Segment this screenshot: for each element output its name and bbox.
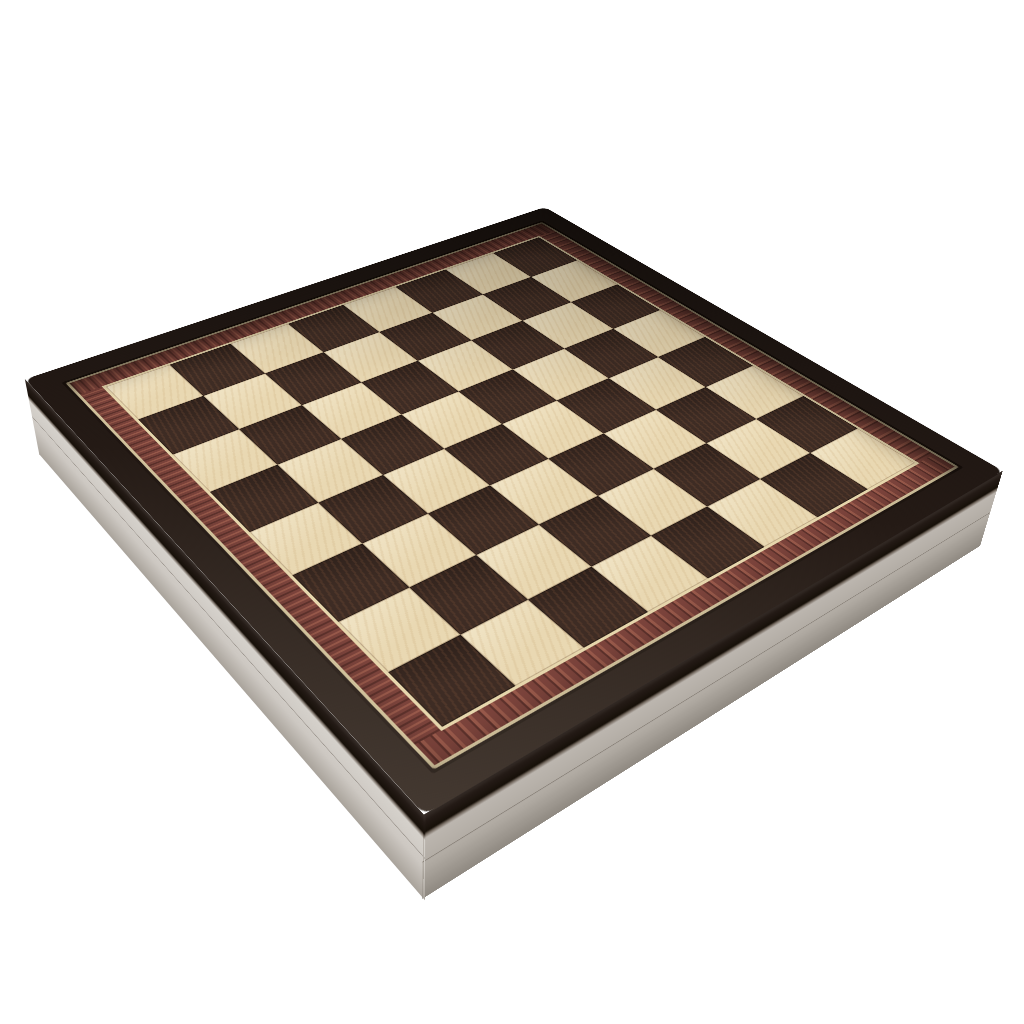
square-c3 <box>428 485 539 555</box>
square-a3 <box>292 544 409 622</box>
square-c2 <box>476 525 591 600</box>
board-top-face <box>25 207 1003 815</box>
square-d4 <box>444 424 548 485</box>
square-a5 <box>210 465 318 532</box>
square-c1 <box>528 567 648 648</box>
square-a1 <box>388 635 515 727</box>
square-b4 <box>318 475 428 544</box>
square-e3 <box>548 434 653 496</box>
chessboard-box-3d <box>25 207 1003 815</box>
square-c5 <box>341 415 444 475</box>
square-a2 <box>338 587 460 672</box>
square-d3 <box>490 459 598 525</box>
square-d1 <box>591 536 708 612</box>
square-f1 <box>707 479 817 547</box>
square-g1 <box>760 453 868 517</box>
product-photo-background <box>0 0 1024 1024</box>
square-f2 <box>654 443 760 506</box>
square-a4 <box>250 503 363 576</box>
square-c4 <box>383 449 490 514</box>
square-a6 <box>173 429 278 492</box>
square-b3 <box>362 514 476 588</box>
square-e1 <box>651 507 764 579</box>
square-b1 <box>460 600 584 686</box>
square-b5 <box>277 439 383 503</box>
square-e2 <box>598 469 707 536</box>
square-d2 <box>539 496 651 567</box>
square-b2 <box>409 555 528 635</box>
